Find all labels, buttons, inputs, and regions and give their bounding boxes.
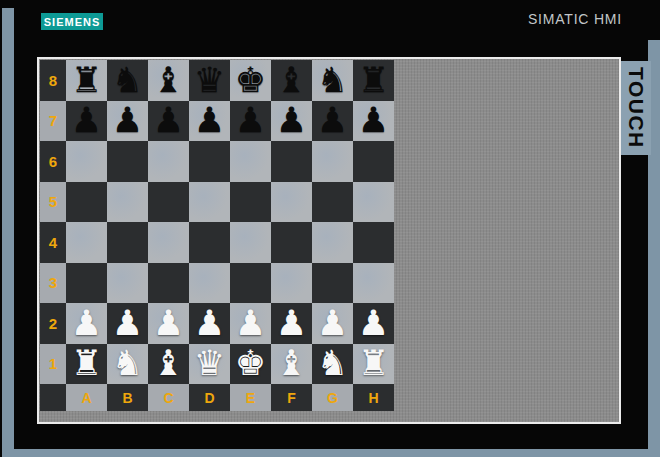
square-h8[interactable]: ♜ — [353, 60, 394, 101]
white-rook: ♜ — [358, 345, 389, 380]
file-label-f: F — [271, 384, 312, 411]
square-h6[interactable] — [353, 141, 394, 182]
black-rook: ♜ — [71, 62, 102, 97]
square-d5[interactable] — [189, 182, 230, 223]
square-e6[interactable] — [230, 141, 271, 182]
rank-label-7: 7 — [40, 101, 66, 142]
square-h5[interactable] — [353, 182, 394, 223]
square-g8[interactable]: ♞ — [312, 60, 353, 101]
square-c1[interactable]: ♝ — [148, 344, 189, 385]
square-b5[interactable] — [107, 182, 148, 223]
square-c8[interactable]: ♝ — [148, 60, 189, 101]
square-g1[interactable]: ♞ — [312, 344, 353, 385]
square-a5[interactable] — [66, 182, 107, 223]
background-strip-bottom — [2, 449, 658, 457]
white-pawn: ♟ — [194, 305, 225, 340]
square-h4[interactable] — [353, 222, 394, 263]
black-pawn: ♟ — [71, 102, 102, 137]
square-a3[interactable] — [66, 263, 107, 304]
touch-side-label: TOUCH — [621, 61, 651, 155]
square-a2[interactable]: ♟ — [66, 303, 107, 344]
rank-label-3: 3 — [40, 263, 66, 304]
white-queen: ♛ — [194, 345, 225, 380]
square-f3[interactable] — [271, 263, 312, 304]
white-pawn: ♟ — [153, 305, 184, 340]
white-pawn: ♟ — [317, 305, 348, 340]
black-knight: ♞ — [112, 62, 143, 97]
square-f8[interactable]: ♝ — [271, 60, 312, 101]
file-label-d: D — [189, 384, 230, 411]
white-pawn: ♟ — [276, 305, 307, 340]
chess-board: 8♜♞♝♛♚♝♞♜7♟♟♟♟♟♟♟♟65432♟♟♟♟♟♟♟♟1♜♞♝♛♚♝♞♜… — [40, 60, 394, 411]
square-g3[interactable] — [312, 263, 353, 304]
file-label-h: H — [353, 384, 394, 411]
white-rook: ♜ — [71, 345, 102, 380]
square-f2[interactable]: ♟ — [271, 303, 312, 344]
rank-label-6: 6 — [40, 141, 66, 182]
square-g5[interactable] — [312, 182, 353, 223]
square-c6[interactable] — [148, 141, 189, 182]
square-e4[interactable] — [230, 222, 271, 263]
white-king: ♚ — [235, 345, 266, 380]
square-b3[interactable] — [107, 263, 148, 304]
square-b1[interactable]: ♞ — [107, 344, 148, 385]
white-bishop: ♝ — [153, 345, 184, 380]
square-f7[interactable]: ♟ — [271, 101, 312, 142]
square-a4[interactable] — [66, 222, 107, 263]
square-c7[interactable]: ♟ — [148, 101, 189, 142]
square-g2[interactable]: ♟ — [312, 303, 353, 344]
square-h7[interactable]: ♟ — [353, 101, 394, 142]
file-label-a: A — [66, 384, 107, 411]
square-f5[interactable] — [271, 182, 312, 223]
background-strip-left — [2, 8, 14, 449]
square-d6[interactable] — [189, 141, 230, 182]
square-f1[interactable]: ♝ — [271, 344, 312, 385]
square-d4[interactable] — [189, 222, 230, 263]
square-e2[interactable]: ♟ — [230, 303, 271, 344]
square-d2[interactable]: ♟ — [189, 303, 230, 344]
white-bishop: ♝ — [276, 345, 307, 380]
black-pawn: ♟ — [358, 102, 389, 137]
square-g7[interactable]: ♟ — [312, 101, 353, 142]
square-e7[interactable]: ♟ — [230, 101, 271, 142]
square-a6[interactable] — [66, 141, 107, 182]
product-name: SIMATIC HMI — [528, 11, 622, 27]
square-a7[interactable]: ♟ — [66, 101, 107, 142]
rank-label-1: 1 — [40, 344, 66, 385]
file-label-e: E — [230, 384, 271, 411]
square-a8[interactable]: ♜ — [66, 60, 107, 101]
square-d3[interactable] — [189, 263, 230, 304]
rank-label-5: 5 — [40, 182, 66, 223]
white-knight: ♞ — [317, 345, 348, 380]
square-h1[interactable]: ♜ — [353, 344, 394, 385]
rank-label-2: 2 — [40, 303, 66, 344]
rank-label-8: 8 — [40, 60, 66, 101]
square-d8[interactable]: ♛ — [189, 60, 230, 101]
square-e1[interactable]: ♚ — [230, 344, 271, 385]
black-pawn: ♟ — [235, 102, 266, 137]
square-b6[interactable] — [107, 141, 148, 182]
black-king: ♚ — [235, 62, 266, 97]
black-queen: ♛ — [194, 62, 225, 97]
black-knight: ♞ — [317, 62, 348, 97]
black-pawn: ♟ — [276, 102, 307, 137]
square-c3[interactable] — [148, 263, 189, 304]
rank-label-4: 4 — [40, 222, 66, 263]
square-c2[interactable]: ♟ — [148, 303, 189, 344]
square-b7[interactable]: ♟ — [107, 101, 148, 142]
square-e5[interactable] — [230, 182, 271, 223]
square-g6[interactable] — [312, 141, 353, 182]
black-pawn: ♟ — [317, 102, 348, 137]
file-label-c: C — [148, 384, 189, 411]
black-rook: ♜ — [358, 62, 389, 97]
hmi-touchscreen[interactable]: 8♜♞♝♛♚♝♞♜7♟♟♟♟♟♟♟♟65432♟♟♟♟♟♟♟♟1♜♞♝♛♚♝♞♜… — [37, 57, 621, 424]
file-label-g: G — [312, 384, 353, 411]
square-f6[interactable] — [271, 141, 312, 182]
square-b8[interactable]: ♞ — [107, 60, 148, 101]
square-f4[interactable] — [271, 222, 312, 263]
black-pawn: ♟ — [153, 102, 184, 137]
square-c5[interactable] — [148, 182, 189, 223]
siemens-logo-text: SIEMENS — [44, 16, 101, 28]
black-pawn: ♟ — [112, 102, 143, 137]
white-pawn: ♟ — [71, 305, 102, 340]
square-g4[interactable] — [312, 222, 353, 263]
square-e8[interactable]: ♚ — [230, 60, 271, 101]
square-e3[interactable] — [230, 263, 271, 304]
square-b2[interactable]: ♟ — [107, 303, 148, 344]
touch-side-label-text: TOUCH — [624, 67, 648, 149]
black-bishop: ♝ — [153, 62, 184, 97]
black-pawn: ♟ — [194, 102, 225, 137]
square-d1[interactable]: ♛ — [189, 344, 230, 385]
square-h2[interactable]: ♟ — [353, 303, 394, 344]
square-a1[interactable]: ♜ — [66, 344, 107, 385]
square-d7[interactable]: ♟ — [189, 101, 230, 142]
white-pawn: ♟ — [358, 305, 389, 340]
black-bishop: ♝ — [276, 62, 307, 97]
square-c4[interactable] — [148, 222, 189, 263]
white-pawn: ♟ — [235, 305, 266, 340]
white-knight: ♞ — [112, 345, 143, 380]
siemens-logo: SIEMENS — [41, 13, 103, 30]
file-label-b: B — [107, 384, 148, 411]
square-b4[interactable] — [107, 222, 148, 263]
square-h3[interactable] — [353, 263, 394, 304]
board-corner — [40, 384, 66, 411]
white-pawn: ♟ — [112, 305, 143, 340]
